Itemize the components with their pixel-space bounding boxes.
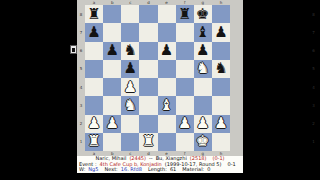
piece-black-pawn[interactable]: ♟ [214,25,227,40]
rank-label-8: 8 [77,5,85,23]
square-f4[interactable] [176,78,194,96]
square-d3[interactable] [139,96,157,114]
square-d1[interactable]: ♜ [139,133,157,151]
square-e2[interactable] [158,115,176,133]
square-f5[interactable] [176,60,194,78]
moves-line: W:Ng5Next:16. Rfd8Length:61Material:0 [77,167,243,173]
length-label: Length: [148,166,167,172]
piece-white-rook[interactable]: ♜ [87,134,100,149]
square-d8[interactable] [139,5,157,23]
square-f2[interactable]: ♟ [176,115,194,133]
piece-white-pawn[interactable]: ♟ [87,116,100,131]
square-a8[interactable]: ♜ [85,5,103,23]
square-e8[interactable] [158,5,176,23]
piece-black-bishop[interactable]: ♝ [196,25,209,40]
rank-label-1: 1 [77,133,85,151]
square-b3[interactable] [103,96,121,114]
square-g1[interactable]: ♚ [194,133,212,151]
game-caption: Naric, Mihail(2445)--Bu, Xiangzhi(2518)(… [77,156,243,173]
square-e7[interactable] [158,23,176,41]
piece-white-pawn[interactable]: ♟ [214,116,227,131]
square-f6[interactable] [176,42,194,60]
rank-label-7: 7 [307,23,320,41]
square-h7[interactable]: ♟ [212,23,230,41]
rank-label-3: 3 [307,96,320,114]
square-a6[interactable] [85,42,103,60]
square-g2[interactable]: ♟ [194,115,212,133]
rank-labels-right: 87654321 [307,5,320,151]
piece-white-pawn[interactable]: ♟ [124,80,137,95]
square-b2[interactable]: ♟ [103,115,121,133]
square-f8[interactable]: ♜ [176,5,194,23]
square-g8[interactable]: ♚ [194,5,212,23]
square-b1[interactable] [103,133,121,151]
square-a1[interactable]: ♜ [85,133,103,151]
square-g4[interactable] [194,78,212,96]
square-a7[interactable]: ♟ [85,23,103,41]
square-g3[interactable] [194,96,212,114]
rank-labels-left: 87654321 [77,5,85,151]
piece-white-knight[interactable]: ♞ [124,98,137,113]
square-c8[interactable] [121,5,139,23]
square-b7[interactable] [103,23,121,41]
square-g6[interactable]: ♟ [194,42,212,60]
square-c6[interactable]: ♞ [121,42,139,60]
piece-black-pawn[interactable]: ♟ [124,61,137,76]
last-move-label: W: [79,166,85,172]
video-frame: abcdefgh 87654321 87654321 ♜♜♚♟♝♟♟♞♟♟♟♞♞… [0,0,320,180]
piece-black-pawn[interactable]: ♟ [160,43,173,58]
board-frame: abcdefgh 87654321 87654321 ♜♜♚♟♝♟♟♞♟♟♟♞♞… [77,0,243,173]
square-c5[interactable]: ♟ [121,60,139,78]
square-d7[interactable] [139,23,157,41]
side-to-move-indicator [70,45,77,54]
square-c1[interactable] [121,133,139,151]
square-a3[interactable] [85,96,103,114]
rank-label-6: 6 [307,42,320,60]
piece-white-bishop[interactable]: ♝ [160,98,173,113]
square-a4[interactable] [85,78,103,96]
side-to-move-dot [72,48,75,52]
square-f7[interactable] [176,23,194,41]
square-h1[interactable] [212,133,230,151]
piece-black-pawn[interactable]: ♟ [87,25,100,40]
square-e5[interactable] [158,60,176,78]
next-move-value: 16. Rfd8 [121,166,142,172]
square-h2[interactable]: ♟ [212,115,230,133]
piece-white-pawn[interactable]: ♟ [196,116,209,131]
square-h5[interactable]: ♞ [212,60,230,78]
piece-black-pawn[interactable]: ♟ [196,43,209,58]
square-g7[interactable]: ♝ [194,23,212,41]
square-d2[interactable] [139,115,157,133]
rank-label-8: 8 [307,5,320,23]
chess-board[interactable]: ♜♜♚♟♝♟♟♞♟♟♟♞♞♟♞♝♟♟♟♟♟♜♜♚ [85,5,230,151]
material-value: 0 [207,166,210,172]
square-c4[interactable]: ♟ [121,78,139,96]
square-h4[interactable] [212,78,230,96]
piece-black-king[interactable]: ♚ [196,7,209,22]
piece-white-pawn[interactable]: ♟ [105,116,118,131]
event-result: 0-1 [227,161,235,167]
rank-label-4: 4 [307,78,320,96]
square-b4[interactable] [103,78,121,96]
piece-white-rook[interactable]: ♜ [142,134,155,149]
piece-black-knight[interactable]: ♞ [214,61,227,76]
square-e1[interactable] [158,133,176,151]
square-e6[interactable]: ♟ [158,42,176,60]
last-move-value: Ng5 [88,166,98,172]
piece-black-rook[interactable]: ♜ [87,7,100,22]
square-b5[interactable] [103,60,121,78]
rank-label-5: 5 [77,60,85,78]
next-move-label: Next: [104,166,117,172]
square-g5[interactable]: ♞ [194,60,212,78]
rank-label-4: 4 [77,78,85,96]
rank-label-7: 7 [77,23,85,41]
rank-label-5: 5 [307,60,320,78]
piece-white-king[interactable]: ♚ [196,134,209,149]
square-e3[interactable]: ♝ [158,96,176,114]
square-e4[interactable] [158,78,176,96]
square-b6[interactable]: ♟ [103,42,121,60]
square-c7[interactable] [121,23,139,41]
piece-white-knight[interactable]: ♞ [196,61,209,76]
piece-black-rook[interactable]: ♜ [178,7,191,22]
piece-white-pawn[interactable]: ♟ [178,116,191,131]
square-d6[interactable] [139,42,157,60]
square-h3[interactable] [212,96,230,114]
rank-label-2: 2 [77,115,85,133]
square-f1[interactable] [176,133,194,151]
piece-black-knight[interactable]: ♞ [124,43,137,58]
square-a2[interactable]: ♟ [85,115,103,133]
square-b8[interactable] [103,5,121,23]
rank-label-1: 1 [307,133,320,151]
square-c2[interactable] [121,115,139,133]
rank-label-3: 3 [77,96,85,114]
rank-label-2: 2 [307,115,320,133]
length-value: 61 [170,166,176,172]
material-label: Material: [182,166,204,172]
square-a5[interactable] [85,60,103,78]
square-h8[interactable] [212,5,230,23]
square-d5[interactable] [139,60,157,78]
rank-label-6: 6 [77,42,85,60]
square-f3[interactable] [176,96,194,114]
square-d4[interactable] [139,78,157,96]
square-c3[interactable]: ♞ [121,96,139,114]
piece-black-pawn[interactable]: ♟ [105,43,118,58]
square-h6[interactable] [212,42,230,60]
